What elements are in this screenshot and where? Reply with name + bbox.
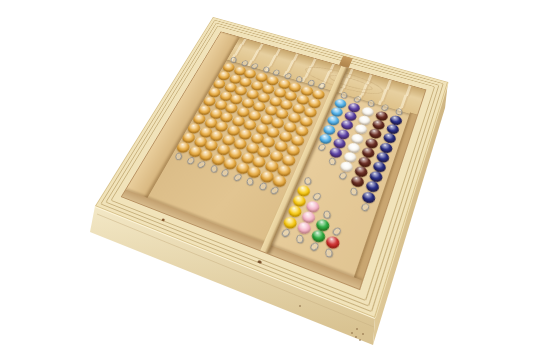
wire-loop <box>331 226 342 236</box>
wire-loop <box>325 249 333 258</box>
rim-knot-dot <box>257 260 262 264</box>
bead-box-photo <box>0 0 533 355</box>
rim-knot-dot <box>161 218 165 221</box>
